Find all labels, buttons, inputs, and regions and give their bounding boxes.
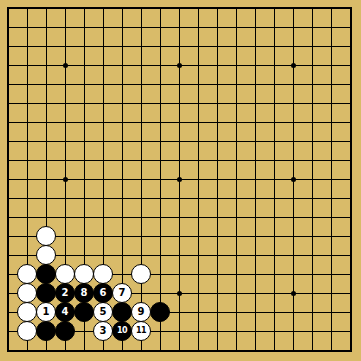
stone-white-move-11: 11 [131, 321, 151, 341]
stone-black-move-6: 6 [93, 283, 113, 303]
stone-white-move-5: 5 [93, 302, 113, 322]
stone-white [36, 226, 56, 246]
stone-black-move-8: 8 [74, 283, 94, 303]
go-board: 1234567891011 [0, 0, 361, 361]
stone-white [17, 321, 37, 341]
stone-white-move-9: 9 [131, 302, 151, 322]
stone-white-move-1: 1 [36, 302, 56, 322]
stone-white [17, 283, 37, 303]
stone-white [36, 245, 56, 265]
stone-white [93, 264, 113, 284]
stones-layer: 1234567891011 [0, 0, 360, 360]
stone-white-move-3: 3 [93, 321, 113, 341]
stone-white [74, 264, 94, 284]
stone-black [74, 302, 94, 322]
stone-black [112, 302, 132, 322]
stone-white [55, 264, 75, 284]
stone-black [150, 302, 170, 322]
stone-black-move-2: 2 [55, 283, 75, 303]
stone-white-move-7: 7 [112, 283, 132, 303]
stone-black [36, 283, 56, 303]
stone-white [17, 264, 37, 284]
stone-black-move-4: 4 [55, 302, 75, 322]
stone-black [36, 321, 56, 341]
stone-white [131, 264, 151, 284]
stone-black-move-10: 10 [112, 321, 132, 341]
stone-white [17, 302, 37, 322]
stone-black [55, 321, 75, 341]
stone-black [36, 264, 56, 284]
